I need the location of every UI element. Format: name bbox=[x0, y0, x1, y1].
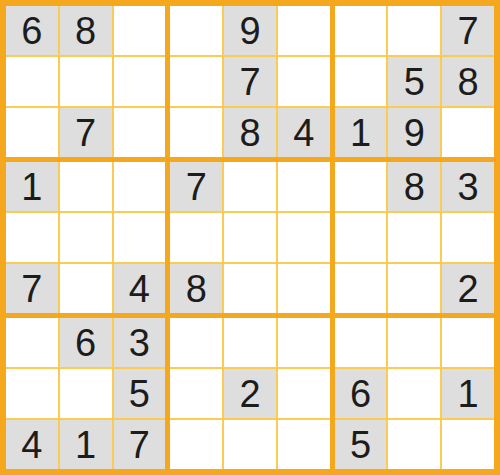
cell-r9c6[interactable] bbox=[278, 420, 330, 469]
cell-r5c8[interactable] bbox=[388, 213, 440, 262]
cell-r4c8[interactable]: 8 bbox=[388, 162, 440, 211]
sudoku-board: 687978475819174788326354172615 bbox=[0, 0, 500, 475]
cell-r2c8[interactable]: 5 bbox=[388, 57, 440, 106]
cell-r2c9[interactable]: 8 bbox=[442, 57, 494, 106]
cell-r2c4[interactable] bbox=[170, 57, 222, 106]
cell-r1c4[interactable] bbox=[170, 6, 222, 55]
cell-r8c7[interactable]: 6 bbox=[335, 369, 387, 418]
cell-r9c5[interactable] bbox=[224, 420, 276, 469]
cell-r3c8[interactable]: 9 bbox=[388, 108, 440, 157]
cell-r6c3[interactable]: 4 bbox=[114, 264, 166, 313]
cell-r4c6[interactable] bbox=[278, 162, 330, 211]
cell-r6c1[interactable]: 7 bbox=[6, 264, 58, 313]
cell-r7c2[interactable]: 6 bbox=[60, 318, 112, 367]
cell-r4c9[interactable]: 3 bbox=[442, 162, 494, 211]
cell-r6c4[interactable]: 8 bbox=[170, 264, 222, 313]
cell-r6c7[interactable] bbox=[335, 264, 387, 313]
cell-r1c1[interactable]: 6 bbox=[6, 6, 58, 55]
cell-r6c5[interactable] bbox=[224, 264, 276, 313]
cell-r3c6[interactable]: 4 bbox=[278, 108, 330, 157]
cell-r6c2[interactable] bbox=[60, 264, 112, 313]
cell-r5c4[interactable] bbox=[170, 213, 222, 262]
cell-r7c6[interactable] bbox=[278, 318, 330, 367]
cell-r7c3[interactable]: 3 bbox=[114, 318, 166, 367]
box-2-2: 78 bbox=[170, 162, 329, 313]
cell-r8c1[interactable] bbox=[6, 369, 58, 418]
box-3-2: 2 bbox=[170, 318, 329, 469]
cell-r8c4[interactable] bbox=[170, 369, 222, 418]
cell-r7c8[interactable] bbox=[388, 318, 440, 367]
cell-r9c2[interactable]: 1 bbox=[60, 420, 112, 469]
box-2-1: 174 bbox=[6, 162, 165, 313]
cell-r2c3[interactable] bbox=[114, 57, 166, 106]
cell-r3c5[interactable]: 8 bbox=[224, 108, 276, 157]
cell-r1c7[interactable] bbox=[335, 6, 387, 55]
cell-r2c2[interactable] bbox=[60, 57, 112, 106]
cell-r6c8[interactable] bbox=[388, 264, 440, 313]
cell-r3c1[interactable] bbox=[6, 108, 58, 157]
box-3-3: 615 bbox=[335, 318, 494, 469]
cell-r4c1[interactable]: 1 bbox=[6, 162, 58, 211]
cell-r6c6[interactable] bbox=[278, 264, 330, 313]
cell-r1c2[interactable]: 8 bbox=[60, 6, 112, 55]
cell-r2c1[interactable] bbox=[6, 57, 58, 106]
cell-r2c6[interactable] bbox=[278, 57, 330, 106]
cell-r7c9[interactable] bbox=[442, 318, 494, 367]
cell-r5c5[interactable] bbox=[224, 213, 276, 262]
cell-r3c2[interactable]: 7 bbox=[60, 108, 112, 157]
cell-r5c2[interactable] bbox=[60, 213, 112, 262]
cell-r9c9[interactable] bbox=[442, 420, 494, 469]
cell-r3c4[interactable] bbox=[170, 108, 222, 157]
box-1-2: 9784 bbox=[170, 6, 329, 157]
cell-r5c9[interactable] bbox=[442, 213, 494, 262]
box-1-1: 687 bbox=[6, 6, 165, 157]
cell-r4c2[interactable] bbox=[60, 162, 112, 211]
cell-r3c3[interactable] bbox=[114, 108, 166, 157]
cell-r1c5[interactable]: 9 bbox=[224, 6, 276, 55]
cell-r5c1[interactable] bbox=[6, 213, 58, 262]
cell-r8c8[interactable] bbox=[388, 369, 440, 418]
cell-r8c2[interactable] bbox=[60, 369, 112, 418]
cell-r7c7[interactable] bbox=[335, 318, 387, 367]
cell-r8c3[interactable]: 5 bbox=[114, 369, 166, 418]
cell-r4c5[interactable] bbox=[224, 162, 276, 211]
cell-r3c7[interactable]: 1 bbox=[335, 108, 387, 157]
cell-r8c5[interactable]: 2 bbox=[224, 369, 276, 418]
cell-r9c4[interactable] bbox=[170, 420, 222, 469]
cell-r4c4[interactable]: 7 bbox=[170, 162, 222, 211]
cell-r2c5[interactable]: 7 bbox=[224, 57, 276, 106]
cell-r3c9[interactable] bbox=[442, 108, 494, 157]
cell-r1c8[interactable] bbox=[388, 6, 440, 55]
cell-r1c9[interactable]: 7 bbox=[442, 6, 494, 55]
cell-r8c9[interactable]: 1 bbox=[442, 369, 494, 418]
cell-r5c7[interactable] bbox=[335, 213, 387, 262]
cell-r7c4[interactable] bbox=[170, 318, 222, 367]
cell-r6c9[interactable]: 2 bbox=[442, 264, 494, 313]
cell-r5c6[interactable] bbox=[278, 213, 330, 262]
cell-r5c3[interactable] bbox=[114, 213, 166, 262]
cell-r4c7[interactable] bbox=[335, 162, 387, 211]
box-3-1: 635417 bbox=[6, 318, 165, 469]
cell-r9c7[interactable]: 5 bbox=[335, 420, 387, 469]
cell-r9c8[interactable] bbox=[388, 420, 440, 469]
box-1-3: 75819 bbox=[335, 6, 494, 157]
cell-r4c3[interactable] bbox=[114, 162, 166, 211]
box-2-3: 832 bbox=[335, 162, 494, 313]
cell-r2c7[interactable] bbox=[335, 57, 387, 106]
cell-r1c6[interactable] bbox=[278, 6, 330, 55]
cell-r8c6[interactable] bbox=[278, 369, 330, 418]
cell-r9c1[interactable]: 4 bbox=[6, 420, 58, 469]
cell-r7c5[interactable] bbox=[224, 318, 276, 367]
cell-r9c3[interactable]: 7 bbox=[114, 420, 166, 469]
cell-r7c1[interactable] bbox=[6, 318, 58, 367]
cell-r1c3[interactable] bbox=[114, 6, 166, 55]
